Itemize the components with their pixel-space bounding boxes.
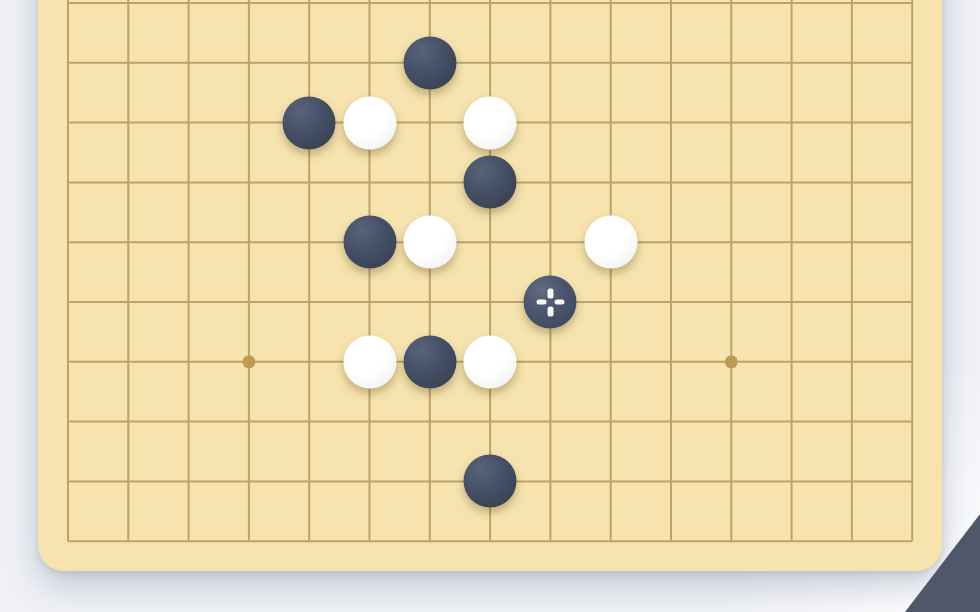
stone-black — [283, 96, 336, 149]
gomoku-board[interactable] — [38, 0, 942, 571]
stone-black-last-move — [524, 276, 577, 329]
star-point — [725, 355, 738, 368]
stone-white — [464, 96, 517, 149]
stone-white — [584, 216, 637, 269]
stone-black — [403, 335, 456, 388]
stone-white — [343, 96, 396, 149]
stone-white — [464, 335, 517, 388]
stone-black — [403, 36, 456, 89]
stone-black — [464, 156, 517, 209]
page — [0, 0, 980, 612]
last-move-crosshair-icon — [524, 276, 577, 329]
stone-white — [403, 216, 456, 269]
stone-black — [343, 216, 396, 269]
stone-white — [343, 335, 396, 388]
stone-black — [464, 455, 517, 508]
star-point — [242, 355, 255, 368]
